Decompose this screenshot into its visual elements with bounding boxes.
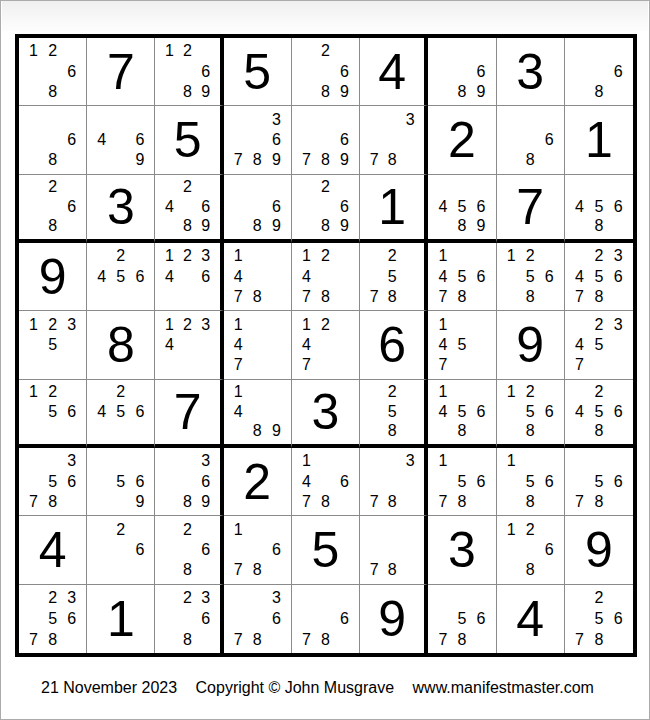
candidate-slot xyxy=(297,197,316,216)
candidate-digit: 4 xyxy=(160,197,178,216)
candidate-digit: 5 xyxy=(111,266,130,286)
candidate-slot xyxy=(471,451,490,471)
candidate-digit: 8 xyxy=(248,150,267,170)
candidate-slot xyxy=(197,560,215,580)
candidate-slot xyxy=(267,519,286,539)
candidate-slot xyxy=(43,355,62,375)
candidate-slot xyxy=(229,540,248,560)
candidate-slot xyxy=(609,178,628,197)
given-digit: 9 xyxy=(516,320,544,370)
candidate-slot xyxy=(24,588,43,609)
candidate-slot xyxy=(570,82,589,102)
cell-r3c1[interactable]: 268 xyxy=(19,175,87,243)
candidate-digit: 5 xyxy=(43,335,62,355)
candidate-slot xyxy=(365,471,383,491)
candidate-slot xyxy=(111,492,130,512)
candidate-slot xyxy=(471,335,490,355)
cell-r4c2[interactable]: 2456 xyxy=(87,243,155,311)
candidate-digit: 6 xyxy=(267,608,286,629)
candidate-slot xyxy=(297,61,316,81)
cell-r5c4[interactable]: 147 xyxy=(224,311,292,379)
cell-r6c7[interactable]: 14568 xyxy=(428,380,496,448)
footer: 21 November 2023 Copyright © John Musgra… xyxy=(41,679,594,697)
cell-r5c1[interactable]: 1235 xyxy=(19,311,87,379)
candidate-digit: 8 xyxy=(179,82,197,102)
candidate-grid: 569 xyxy=(87,448,154,515)
cell-r9c4[interactable]: 3678 xyxy=(224,585,292,653)
candidate-slot xyxy=(297,109,316,129)
cell-r3c2[interactable]: 3 xyxy=(87,175,155,243)
candidate-grid: 24689 xyxy=(155,175,219,239)
cell-r7c8[interactable]: 1568 xyxy=(497,448,565,516)
cell-r8c9[interactable]: 9 xyxy=(565,516,633,584)
cell-r9c9[interactable]: 25678 xyxy=(565,585,633,653)
candidate-digit: 5 xyxy=(43,608,62,629)
candidate-slot xyxy=(62,109,81,129)
candidate-slot xyxy=(197,519,215,539)
cell-r5c6[interactable]: 6 xyxy=(360,311,428,379)
cell-r9c6[interactable]: 9 xyxy=(360,585,428,653)
cell-r9c1[interactable]: 235678 xyxy=(19,585,87,653)
candidate-slot xyxy=(401,422,419,441)
cell-r4c8[interactable]: 12568 xyxy=(497,243,565,311)
candidate-slot xyxy=(267,287,286,307)
candidate-slot xyxy=(62,422,81,441)
candidate-slot xyxy=(24,130,43,150)
candidate-grid: 689 xyxy=(224,175,291,239)
candidate-slot xyxy=(570,383,589,402)
candidate-digit: 6 xyxy=(335,61,354,81)
candidate-digit: 6 xyxy=(197,471,215,491)
candidate-grid: 14568 xyxy=(428,380,495,444)
cell-r3c8[interactable]: 7 xyxy=(497,175,565,243)
candidate-slot xyxy=(570,451,589,471)
candidate-slot xyxy=(297,608,316,629)
candidate-slot xyxy=(62,355,81,375)
candidate-slot xyxy=(401,130,419,150)
candidate-digit: 6 xyxy=(62,471,81,491)
given-digit: 5 xyxy=(312,525,340,575)
cell-r7c6[interactable]: 378 xyxy=(360,448,428,516)
candidate-slot xyxy=(609,217,628,236)
given-digit: 8 xyxy=(107,320,135,370)
candidate-digit: 8 xyxy=(589,217,608,236)
given-digit: 1 xyxy=(107,594,135,644)
candidate-slot xyxy=(383,130,401,150)
candidate-digit: 5 xyxy=(589,266,608,286)
candidate-slot xyxy=(160,492,178,512)
candidate-digit: 8 xyxy=(589,82,608,102)
cell-r3c6[interactable]: 1 xyxy=(360,175,428,243)
candidate-digit: 6 xyxy=(335,197,354,216)
candidate-digit: 6 xyxy=(609,266,628,286)
cell-r5c8[interactable]: 9 xyxy=(497,311,565,379)
cell-r6c4[interactable]: 1489 xyxy=(224,380,292,448)
given-digit: 7 xyxy=(174,387,202,437)
cell-r7c3[interactable]: 3689 xyxy=(155,448,223,516)
candidate-digit: 6 xyxy=(471,266,490,286)
candidate-digit: 8 xyxy=(452,217,471,236)
cell-r5c7[interactable]: 1457 xyxy=(428,311,496,379)
candidate-slot xyxy=(502,287,521,307)
candidate-digit: 4 xyxy=(433,197,452,216)
candidate-digit: 7 xyxy=(433,492,452,512)
candidate-slot xyxy=(160,217,178,236)
candidate-digit: 7 xyxy=(297,287,316,307)
cell-r4c7[interactable]: 145678 xyxy=(428,243,496,311)
candidate-slot xyxy=(589,41,608,61)
candidate-slot xyxy=(502,560,521,580)
candidate-digit: 8 xyxy=(452,492,471,512)
given-digit: 9 xyxy=(378,594,406,644)
candidate-slot xyxy=(62,383,81,402)
cell-r9c8[interactable]: 4 xyxy=(497,585,565,653)
cell-r7c5[interactable]: 14678 xyxy=(292,448,360,516)
candidate-slot xyxy=(570,422,589,441)
cell-r3c7[interactable]: 45689 xyxy=(428,175,496,243)
candidate-slot xyxy=(502,422,521,441)
cell-r7c9[interactable]: 5678 xyxy=(565,448,633,516)
candidate-digit: 6 xyxy=(471,402,490,421)
cell-r9c2[interactable]: 1 xyxy=(87,585,155,653)
cell-r2c6[interactable]: 378 xyxy=(360,106,428,174)
candidate-digit: 6 xyxy=(471,471,490,491)
candidate-digit: 6 xyxy=(609,471,628,491)
candidate-digit: 6 xyxy=(197,266,215,286)
cell-r2c2[interactable]: 469 xyxy=(87,106,155,174)
candidate-slot xyxy=(452,246,471,266)
cell-r4c9[interactable]: 2345678 xyxy=(565,243,633,311)
cell-r4c4[interactable]: 1478 xyxy=(224,243,292,311)
candidate-slot xyxy=(335,314,354,334)
cell-r4c6[interactable]: 2578 xyxy=(360,243,428,311)
candidate-digit: 8 xyxy=(589,492,608,512)
footer-date: 21 November 2023 xyxy=(41,679,177,696)
candidate-digit: 2 xyxy=(316,246,335,266)
candidate-grid: 1478 xyxy=(224,243,291,310)
cell-r6c2[interactable]: 2456 xyxy=(87,380,155,448)
candidate-slot xyxy=(433,608,452,629)
cell-r7c1[interactable]: 35678 xyxy=(19,448,87,516)
candidate-slot xyxy=(111,540,130,560)
candidate-slot xyxy=(540,451,559,471)
cell-r5c3[interactable]: 1234 xyxy=(155,311,223,379)
candidate-digit: 8 xyxy=(316,150,335,170)
candidate-digit: 1 xyxy=(502,519,521,539)
candidate-digit: 4 xyxy=(297,266,316,286)
candidate-slot xyxy=(24,471,43,491)
candidate-grid: 2456 xyxy=(87,380,154,444)
candidate-digit: 4 xyxy=(92,130,111,150)
candidate-slot xyxy=(267,314,286,334)
candidate-slot xyxy=(471,422,490,441)
cell-r6c1[interactable]: 1256 xyxy=(19,380,87,448)
candidate-slot xyxy=(365,246,383,266)
candidate-digit: 6 xyxy=(130,471,149,491)
candidate-slot xyxy=(179,471,197,491)
cell-r7c7[interactable]: 15678 xyxy=(428,448,496,516)
candidate-slot xyxy=(452,61,471,81)
candidate-slot xyxy=(609,588,628,609)
cell-r8c2[interactable]: 26 xyxy=(87,516,155,584)
candidate-grid: 14678 xyxy=(292,448,359,515)
candidate-digit: 2 xyxy=(179,41,197,61)
candidate-digit: 6 xyxy=(197,608,215,629)
candidate-slot xyxy=(609,287,628,307)
cell-r8c4[interactable]: 1678 xyxy=(224,516,292,584)
candidate-digit: 8 xyxy=(248,629,267,650)
candidate-slot xyxy=(92,451,111,471)
candidate-slot xyxy=(111,130,130,150)
candidate-digit: 1 xyxy=(24,383,43,402)
candidate-slot xyxy=(111,150,130,170)
candidate-grid: 235678 xyxy=(19,585,86,653)
cell-r2c4[interactable]: 36789 xyxy=(224,106,292,174)
candidate-digit: 8 xyxy=(316,287,335,307)
candidate-digit: 8 xyxy=(43,150,62,170)
cell-r1c9[interactable]: 68 xyxy=(565,38,633,106)
given-digit: 9 xyxy=(39,252,67,302)
cell-r1c6[interactable]: 4 xyxy=(360,38,428,106)
candidate-grid: 12478 xyxy=(292,243,359,310)
cell-r1c5[interactable]: 2689 xyxy=(292,38,360,106)
cell-r6c6[interactable]: 258 xyxy=(360,380,428,448)
candidate-grid: 2578 xyxy=(360,243,424,310)
candidate-digit: 7 xyxy=(433,355,452,375)
candidate-slot xyxy=(197,178,215,197)
candidate-digit: 1 xyxy=(502,451,521,471)
candidate-digit: 8 xyxy=(248,560,267,580)
candidate-grid: 268 xyxy=(155,516,219,583)
candidate-grid: 2689 xyxy=(292,38,359,105)
cell-r2c8[interactable]: 68 xyxy=(497,106,565,174)
candidate-digit: 6 xyxy=(197,61,215,81)
candidate-digit: 1 xyxy=(160,41,178,61)
candidate-digit: 1 xyxy=(24,314,43,334)
cell-r2c9[interactable]: 1 xyxy=(565,106,633,174)
cell-r1c2[interactable]: 7 xyxy=(87,38,155,106)
candidate-digit: 5 xyxy=(589,335,608,355)
candidate-digit: 3 xyxy=(197,246,215,266)
candidate-digit: 2 xyxy=(179,314,197,334)
cell-r1c8[interactable]: 3 xyxy=(497,38,565,106)
candidate-digit: 6 xyxy=(609,197,628,216)
candidate-digit: 1 xyxy=(297,246,316,266)
candidate-grid: 68 xyxy=(565,38,633,105)
cell-r8c6[interactable]: 78 xyxy=(360,516,428,584)
candidate-slot xyxy=(229,588,248,609)
cell-r2c1[interactable]: 68 xyxy=(19,106,87,174)
candidate-grid: 24568 xyxy=(565,380,633,444)
cell-r3c4[interactable]: 689 xyxy=(224,175,292,243)
candidate-digit: 9 xyxy=(335,217,354,236)
cell-r4c3[interactable]: 12346 xyxy=(155,243,223,311)
candidate-grid: 258 xyxy=(360,380,424,444)
cell-r9c3[interactable]: 2368 xyxy=(155,585,223,653)
candidate-slot xyxy=(229,109,248,129)
candidate-grid: 1256 xyxy=(19,380,86,444)
cell-r6c8[interactable]: 12568 xyxy=(497,380,565,448)
candidate-slot xyxy=(197,629,215,650)
candidate-slot xyxy=(267,402,286,421)
candidate-slot xyxy=(589,178,608,197)
candidate-digit: 6 xyxy=(471,61,490,81)
candidate-digit: 2 xyxy=(111,246,130,266)
candidate-slot xyxy=(43,422,62,441)
candidate-slot xyxy=(160,629,178,650)
candidate-slot xyxy=(452,178,471,197)
candidate-digit: 3 xyxy=(267,588,286,609)
candidate-slot xyxy=(316,451,335,471)
cell-r3c3[interactable]: 24689 xyxy=(155,175,223,243)
candidate-digit: 6 xyxy=(267,130,286,150)
cell-r3c5[interactable]: 2689 xyxy=(292,175,360,243)
cell-r8c7[interactable]: 3 xyxy=(428,516,496,584)
candidate-slot xyxy=(160,287,178,307)
cell-r6c9[interactable]: 24568 xyxy=(565,380,633,448)
cell-r4c1[interactable]: 9 xyxy=(19,243,87,311)
candidate-digit: 6 xyxy=(540,130,559,150)
candidate-slot xyxy=(401,402,419,421)
candidate-slot xyxy=(248,402,267,421)
cell-r1c4[interactable]: 5 xyxy=(224,38,292,106)
candidate-digit: 3 xyxy=(197,451,215,471)
candidate-slot xyxy=(267,629,286,650)
candidate-grid: 15678 xyxy=(428,448,495,515)
candidate-digit: 9 xyxy=(267,150,286,170)
cell-r5c2[interactable]: 8 xyxy=(87,311,155,379)
candidate-slot xyxy=(401,560,419,580)
candidate-digit: 6 xyxy=(335,608,354,629)
cell-r5c9[interactable]: 23457 xyxy=(565,311,633,379)
candidate-digit: 7 xyxy=(570,287,589,307)
candidate-slot xyxy=(570,608,589,629)
candidate-slot xyxy=(24,335,43,355)
candidate-grid: 12568 xyxy=(497,380,564,444)
candidate-grid: 147 xyxy=(224,311,291,378)
candidate-slot xyxy=(179,540,197,560)
cell-r4c5[interactable]: 12478 xyxy=(292,243,360,311)
given-digit: 3 xyxy=(107,182,135,232)
candidate-grid: 678 xyxy=(292,585,359,653)
candidate-slot xyxy=(433,61,452,81)
candidate-digit: 8 xyxy=(316,492,335,512)
candidate-slot xyxy=(92,246,111,266)
cell-r2c5[interactable]: 6789 xyxy=(292,106,360,174)
candidate-digit: 9 xyxy=(471,82,490,102)
candidate-slot xyxy=(43,197,62,216)
candidate-digit: 4 xyxy=(92,266,111,286)
candidate-slot xyxy=(540,246,559,266)
candidate-grid: 2689 xyxy=(292,175,359,239)
candidate-slot xyxy=(452,314,471,334)
candidate-digit: 6 xyxy=(130,130,149,150)
candidate-slot xyxy=(248,130,267,150)
candidate-slot xyxy=(383,451,401,471)
candidate-digit: 5 xyxy=(43,471,62,491)
cell-r9c5[interactable]: 678 xyxy=(292,585,360,653)
candidate-digit: 8 xyxy=(521,492,540,512)
candidate-digit: 8 xyxy=(43,492,62,512)
candidate-slot xyxy=(365,266,383,286)
candidate-digit: 8 xyxy=(248,217,267,236)
cell-r6c5[interactable]: 3 xyxy=(292,380,360,448)
candidate-grid: 12346 xyxy=(155,243,219,310)
candidate-digit: 8 xyxy=(383,287,401,307)
candidate-digit: 4 xyxy=(433,335,452,355)
candidate-grid: 2368 xyxy=(155,585,219,653)
cell-r9c7[interactable]: 5678 xyxy=(428,585,496,653)
candidate-slot xyxy=(24,82,43,102)
cell-r8c5[interactable]: 5 xyxy=(292,516,360,584)
candidate-slot xyxy=(521,451,540,471)
candidate-digit: 6 xyxy=(62,608,81,629)
candidate-slot xyxy=(609,335,628,355)
cell-r7c4[interactable]: 2 xyxy=(224,448,292,516)
candidate-slot xyxy=(248,519,267,539)
given-digit: 3 xyxy=(448,525,476,575)
cell-r8c8[interactable]: 1268 xyxy=(497,516,565,584)
candidate-slot xyxy=(92,519,111,539)
candidate-digit: 5 xyxy=(452,197,471,216)
cell-r5c5[interactable]: 1247 xyxy=(292,311,360,379)
cell-r8c3[interactable]: 268 xyxy=(155,516,223,584)
cell-r6c3[interactable]: 7 xyxy=(155,380,223,448)
candidate-slot xyxy=(297,178,316,197)
cell-r7c2[interactable]: 569 xyxy=(87,448,155,516)
candidate-slot xyxy=(316,61,335,81)
given-digit: 7 xyxy=(107,47,135,97)
cell-r2c7[interactable]: 2 xyxy=(428,106,496,174)
candidate-slot xyxy=(471,629,490,650)
candidate-slot xyxy=(471,178,490,197)
candidate-slot xyxy=(365,422,383,441)
candidate-slot xyxy=(179,61,197,81)
cell-r1c1[interactable]: 1268 xyxy=(19,38,87,106)
candidate-slot xyxy=(179,608,197,629)
candidate-digit: 5 xyxy=(589,471,608,491)
candidate-slot xyxy=(433,471,452,491)
candidate-slot xyxy=(335,335,354,355)
candidate-digit: 4 xyxy=(297,335,316,355)
candidate-slot xyxy=(540,150,559,170)
candidate-slot xyxy=(401,519,419,539)
candidate-digit: 6 xyxy=(267,197,286,216)
candidate-digit: 6 xyxy=(62,130,81,150)
cell-r1c3[interactable]: 12689 xyxy=(155,38,223,106)
candidate-grid: 469 xyxy=(87,106,154,173)
candidate-slot xyxy=(267,335,286,355)
candidate-slot xyxy=(130,422,149,441)
candidate-digit: 3 xyxy=(401,451,419,471)
candidate-slot xyxy=(62,178,81,197)
candidate-digit: 7 xyxy=(365,560,383,580)
candidate-digit: 6 xyxy=(609,402,628,421)
candidate-grid: 5678 xyxy=(565,448,633,515)
cell-r3c9[interactable]: 4568 xyxy=(565,175,633,243)
cell-r1c7[interactable]: 689 xyxy=(428,38,496,106)
cell-r2c3[interactable]: 5 xyxy=(155,106,223,174)
candidate-slot xyxy=(570,246,589,266)
cell-r8c1[interactable]: 4 xyxy=(19,516,87,584)
candidate-grid: 1268 xyxy=(497,516,564,583)
candidate-digit: 7 xyxy=(365,287,383,307)
candidate-grid: 12568 xyxy=(497,243,564,310)
candidate-slot xyxy=(609,492,628,512)
candidate-slot xyxy=(521,130,540,150)
candidate-digit: 5 xyxy=(383,266,401,286)
candidate-slot xyxy=(570,61,589,81)
